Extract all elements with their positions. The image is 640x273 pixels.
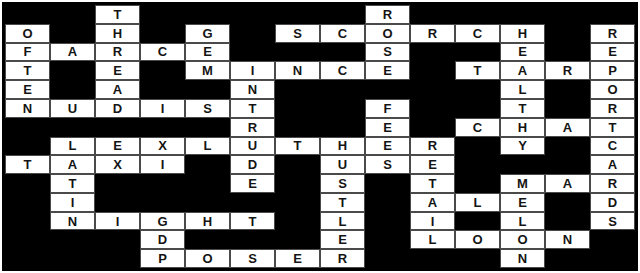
black-cell-r1c12 (500, 5, 545, 24)
letter-cell-r13c4: D (140, 230, 185, 249)
letter-cell-r7c12: H (500, 118, 545, 137)
letter-cell-r9c1: T (5, 155, 50, 174)
letter-cell-r11c14: D (590, 193, 635, 212)
black-cell-r8c1 (5, 137, 50, 156)
black-cell-r14c10 (410, 249, 455, 268)
black-cell-r6c11 (455, 99, 500, 118)
black-cell-r7c7 (275, 118, 320, 137)
black-cell-r10c9 (365, 174, 410, 193)
black-cell-r2c4 (140, 24, 185, 43)
black-cell-r5c13 (545, 80, 590, 99)
black-cell-r14c13 (545, 249, 590, 268)
letter-cell-r12c5: H (185, 212, 230, 231)
letter-cell-r6c12: T (500, 99, 545, 118)
letter-cell-r2c9: O (365, 24, 410, 43)
letter-cell-r3c2: A (50, 43, 95, 62)
letter-cell-r2c1: O (5, 24, 50, 43)
letter-cell-r11c2: I (50, 193, 95, 212)
letter-cell-r14c8: R (320, 249, 365, 268)
letter-cell-r4c5: M (185, 61, 230, 80)
letter-cell-r2c12: H (500, 24, 545, 43)
black-cell-r1c6 (230, 5, 275, 24)
black-cell-r14c11 (455, 249, 500, 268)
black-cell-r7c10 (410, 118, 455, 137)
black-cell-r5c9 (365, 80, 410, 99)
black-cell-r11c5 (185, 193, 230, 212)
letter-cell-r1c9: R (365, 5, 410, 24)
letter-cell-r9c9: S (365, 155, 410, 174)
letter-cell-r6c2: U (50, 99, 95, 118)
letter-cell-r5c6: N (230, 80, 275, 99)
black-cell-r6c13 (545, 99, 590, 118)
black-cell-r5c8 (320, 80, 365, 99)
letter-cell-r7c9: E (365, 118, 410, 137)
black-cell-r14c3 (95, 249, 140, 268)
letter-cell-r8c3: E (95, 137, 140, 156)
black-cell-r4c4 (140, 61, 185, 80)
black-cell-r2c2 (50, 24, 95, 43)
black-cell-r11c6 (230, 193, 275, 212)
black-cell-r13c14 (590, 230, 635, 249)
black-cell-r11c13 (545, 193, 590, 212)
black-cell-r11c7 (275, 193, 320, 212)
letter-cell-r11c8: T (320, 193, 365, 212)
black-cell-r11c3 (95, 193, 140, 212)
page: TROHGSCORCHRFARCESEETEMINCETARPEANLONUDI… (0, 0, 640, 273)
black-cell-r2c6 (230, 24, 275, 43)
black-cell-r12c9 (365, 212, 410, 231)
black-cell-r10c3 (95, 174, 140, 193)
black-cell-r11c4 (140, 193, 185, 212)
letter-cell-r14c7: E (275, 249, 320, 268)
black-cell-r7c1 (5, 118, 50, 137)
black-cell-r9c12 (500, 155, 545, 174)
black-cell-r3c8 (320, 43, 365, 62)
letter-cell-r8c6: U (230, 137, 275, 156)
letter-cell-r5c1: E (5, 80, 50, 99)
black-cell-r3c10 (410, 43, 455, 62)
letter-cell-r4c14: P (590, 61, 635, 80)
black-cell-r10c5 (185, 174, 230, 193)
black-cell-r7c3 (95, 118, 140, 137)
black-cell-r1c7 (275, 5, 320, 24)
black-cell-r1c1 (5, 5, 50, 24)
black-cell-r1c10 (410, 5, 455, 24)
letter-cell-r4c9: E (365, 61, 410, 80)
black-cell-r10c7 (275, 174, 320, 193)
letter-cell-r6c9: F (365, 99, 410, 118)
letter-cell-r12c10: I (410, 212, 455, 231)
letter-cell-r2c7: S (275, 24, 320, 43)
black-cell-r2c13 (545, 24, 590, 43)
letter-cell-r6c5: S (185, 99, 230, 118)
letter-cell-r3c1: F (5, 43, 50, 62)
letter-cell-r1c3: T (95, 5, 140, 24)
black-cell-r7c2 (50, 118, 95, 137)
letter-cell-r9c6: D (230, 155, 275, 174)
letter-cell-r2c11: C (455, 24, 500, 43)
letter-cell-r9c14: A (590, 155, 635, 174)
black-cell-r9c7 (275, 155, 320, 174)
letter-cell-r4c7: N (275, 61, 320, 80)
black-cell-r11c9 (365, 193, 410, 212)
black-cell-r1c2 (50, 5, 95, 24)
letter-cell-r4c6: I (230, 61, 275, 80)
letter-cell-r10c6: E (230, 174, 275, 193)
letter-cell-r10c8: S (320, 174, 365, 193)
letter-cell-r2c8: C (320, 24, 365, 43)
letter-cell-r12c3: I (95, 212, 140, 231)
letter-cell-r5c14: O (590, 80, 635, 99)
black-cell-r13c7 (275, 230, 320, 249)
letter-cell-r6c4: I (140, 99, 185, 118)
letter-cell-r10c14: R (590, 174, 635, 193)
black-cell-r13c5 (185, 230, 230, 249)
black-cell-r14c1 (5, 249, 50, 268)
black-cell-r10c11 (455, 174, 500, 193)
black-cell-r14c14 (590, 249, 635, 268)
letter-cell-r13c11: O (455, 230, 500, 249)
letter-cell-r14c6: S (230, 249, 275, 268)
letter-cell-r5c12: L (500, 80, 545, 99)
black-cell-r1c13 (545, 5, 590, 24)
black-cell-r6c10 (410, 99, 455, 118)
black-cell-r7c5 (185, 118, 230, 137)
letter-cell-r13c10: L (410, 230, 455, 249)
letter-cell-r5c3: A (95, 80, 140, 99)
black-cell-r5c5 (185, 80, 230, 99)
letter-cell-r12c6: T (230, 212, 275, 231)
black-cell-r6c8 (320, 99, 365, 118)
black-cell-r4c2 (50, 61, 95, 80)
black-cell-r13c6 (230, 230, 275, 249)
letter-cell-r13c8: E (320, 230, 365, 249)
letter-cell-r3c4: C (140, 43, 185, 62)
letter-cell-r11c11: L (455, 193, 500, 212)
black-cell-r6c7 (275, 99, 320, 118)
letter-cell-r4c11: T (455, 61, 500, 80)
black-cell-r9c11 (455, 155, 500, 174)
letter-cell-r10c2: T (50, 174, 95, 193)
black-cell-r3c13 (545, 43, 590, 62)
black-cell-r12c13 (545, 212, 590, 231)
black-cell-r13c1 (5, 230, 50, 249)
black-cell-r13c2 (50, 230, 95, 249)
black-cell-r4c10 (410, 61, 455, 80)
letter-cell-r9c4: I (140, 155, 185, 174)
black-cell-r13c9 (365, 230, 410, 249)
black-cell-r8c11 (455, 137, 500, 156)
letter-cell-r3c5: E (185, 43, 230, 62)
black-cell-r13c3 (95, 230, 140, 249)
letter-cell-r6c6: T (230, 99, 275, 118)
letter-cell-r8c4: X (140, 137, 185, 156)
black-cell-r14c2 (50, 249, 95, 268)
crossword-board: TROHGSCORCHRFARCESEETEMINCETARPEANLONUDI… (2, 2, 638, 271)
letter-cell-r7c13: A (545, 118, 590, 137)
black-cell-r1c8 (320, 5, 365, 24)
letter-cell-r3c12: E (500, 43, 545, 62)
letter-cell-r4c3: E (95, 61, 140, 80)
letter-cell-r2c14: R (590, 24, 635, 43)
black-cell-r3c6 (230, 43, 275, 62)
letter-cell-r6c3: D (95, 99, 140, 118)
letter-cell-r6c14: R (590, 99, 635, 118)
black-cell-r5c4 (140, 80, 185, 99)
letter-cell-r12c12: L (500, 212, 545, 231)
black-cell-r5c11 (455, 80, 500, 99)
black-cell-r7c8 (320, 118, 365, 137)
letter-cell-r8c12: Y (500, 137, 545, 156)
letter-cell-r13c12: O (500, 230, 545, 249)
letter-cell-r9c2: A (50, 155, 95, 174)
letter-cell-r13c13: N (545, 230, 590, 249)
black-cell-r9c5 (185, 155, 230, 174)
letter-cell-r4c1: T (5, 61, 50, 80)
black-cell-r5c7 (275, 80, 320, 99)
letter-cell-r12c4: G (140, 212, 185, 231)
letter-cell-r8c10: R (410, 137, 455, 156)
letter-cell-r8c9: E (365, 137, 410, 156)
letter-cell-r10c12: M (500, 174, 545, 193)
letter-cell-r2c5: G (185, 24, 230, 43)
letter-cell-r4c8: C (320, 61, 365, 80)
black-cell-r1c4 (140, 5, 185, 24)
black-cell-r3c7 (275, 43, 320, 62)
black-cell-r12c11 (455, 212, 500, 231)
letter-cell-r2c10: R (410, 24, 455, 43)
letter-cell-r14c5: O (185, 249, 230, 268)
letter-cell-r3c3: R (95, 43, 140, 62)
black-cell-r1c11 (455, 5, 500, 24)
black-cell-r10c4 (140, 174, 185, 193)
letter-cell-r3c14: E (590, 43, 635, 62)
black-cell-r5c2 (50, 80, 95, 99)
black-cell-r3c11 (455, 43, 500, 62)
letter-cell-r9c3: X (95, 155, 140, 174)
letter-cell-r8c14: C (590, 137, 635, 156)
letter-cell-r12c8: L (320, 212, 365, 231)
letter-cell-r14c12: N (500, 249, 545, 268)
black-cell-r12c7 (275, 212, 320, 231)
black-cell-r14c9 (365, 249, 410, 268)
letter-cell-r7c11: C (455, 118, 500, 137)
letter-cell-r10c13: A (545, 174, 590, 193)
letter-cell-r6c1: N (5, 99, 50, 118)
letter-cell-r8c2: L (50, 137, 95, 156)
black-cell-r12c1 (5, 212, 50, 231)
black-cell-r1c14 (590, 5, 635, 24)
letter-cell-r7c14: T (590, 118, 635, 137)
black-cell-r11c1 (5, 193, 50, 212)
letter-cell-r8c5: L (185, 137, 230, 156)
letter-cell-r11c12: E (500, 193, 545, 212)
letter-cell-r14c4: P (140, 249, 185, 268)
letter-cell-r8c7: T (275, 137, 320, 156)
letter-cell-r4c13: R (545, 61, 590, 80)
letter-cell-r12c2: N (50, 212, 95, 231)
letter-cell-r12c14: S (590, 212, 635, 231)
black-cell-r1c5 (185, 5, 230, 24)
letter-cell-r11c10: A (410, 193, 455, 212)
letter-cell-r10c10: T (410, 174, 455, 193)
letter-cell-r9c8: U (320, 155, 365, 174)
letter-cell-r8c8: H (320, 137, 365, 156)
letter-cell-r4c12: A (500, 61, 545, 80)
black-cell-r9c13 (545, 155, 590, 174)
black-cell-r5c10 (410, 80, 455, 99)
black-cell-r8c13 (545, 137, 590, 156)
letter-cell-r2c3: H (95, 24, 140, 43)
black-cell-r10c1 (5, 174, 50, 193)
black-cell-r7c4 (140, 118, 185, 137)
letter-cell-r7c6: R (230, 118, 275, 137)
letter-cell-r9c10: E (410, 155, 455, 174)
letter-cell-r3c9: S (365, 43, 410, 62)
